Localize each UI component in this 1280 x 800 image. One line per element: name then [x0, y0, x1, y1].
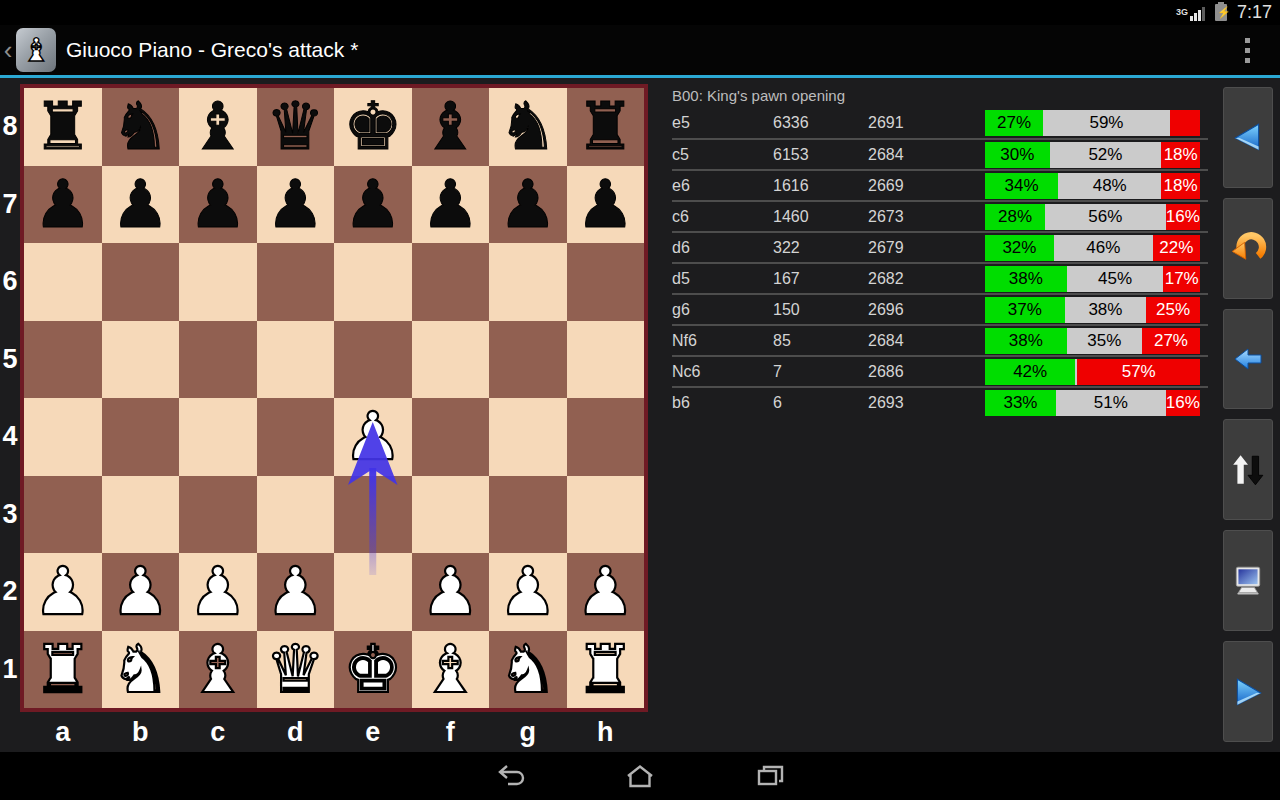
win-segment: 30%	[985, 142, 1050, 168]
square-d1[interactable]: ♛	[257, 631, 335, 709]
square-g1[interactable]: ♞	[489, 631, 567, 709]
draw-segment: 48%	[1058, 173, 1161, 199]
battery-charging-icon: ⚡	[1215, 4, 1227, 21]
square-d4[interactable]	[257, 398, 335, 476]
android-nav-bar	[0, 752, 1280, 800]
square-f1[interactable]: ♝	[412, 631, 490, 709]
avg-rating-cell: 2679	[868, 239, 985, 257]
piece-white-pawn: ♟	[343, 398, 402, 476]
draw-segment: 56%	[1045, 204, 1165, 230]
move-back-button[interactable]	[1223, 309, 1273, 410]
back-icon	[495, 763, 525, 789]
square-a2[interactable]: ♟	[24, 553, 102, 631]
piece-black-knight: ♞	[498, 88, 557, 166]
rank-label-1: 1	[0, 631, 20, 709]
avg-rating-cell: 2669	[868, 177, 985, 195]
stats-row-c6[interactable]: c61460267328%56%16%	[672, 200, 1208, 231]
result-bar: 38%35%27%	[985, 328, 1200, 354]
draw-segment: 38%	[1065, 297, 1147, 323]
square-d8[interactable]: ♛	[257, 88, 335, 166]
piece-white-bishop: ♝	[421, 631, 480, 709]
home-icon	[625, 763, 655, 789]
games-count-cell: 1616	[773, 177, 868, 195]
square-a4[interactable]	[24, 398, 102, 476]
piece-black-pawn: ♟	[33, 166, 92, 244]
stats-row-e6[interactable]: e61616266934%48%18%	[672, 169, 1208, 200]
file-label-e: e	[334, 717, 412, 751]
piece-black-bishop: ♝	[421, 88, 480, 166]
piece-black-pawn: ♟	[576, 166, 635, 244]
games-count-cell: 7	[773, 363, 868, 381]
win-segment: 37%	[985, 297, 1065, 323]
square-f3[interactable]	[412, 476, 490, 554]
draw-segment: 52%	[1050, 142, 1162, 168]
win-segment: 38%	[985, 328, 1067, 354]
result-bar: 30%52%18%	[985, 142, 1200, 168]
rank-label-7: 7	[0, 166, 20, 244]
piece-white-pawn: ♟	[33, 553, 92, 631]
computer-icon	[1229, 564, 1267, 598]
bishop-app-icon: ♝	[22, 28, 51, 72]
move-cell: d5	[672, 270, 773, 288]
piece-black-pawn: ♟	[498, 166, 557, 244]
result-bar: 27%59%	[985, 110, 1200, 136]
play-forward-button[interactable]	[1223, 641, 1273, 742]
square-h7[interactable]: ♟	[567, 166, 645, 244]
square-f2[interactable]: ♟	[412, 553, 490, 631]
square-g6[interactable]	[489, 243, 567, 321]
games-count-cell: 6	[773, 394, 868, 412]
square-e4[interactable]: ♟	[334, 398, 412, 476]
square-a3[interactable]	[24, 476, 102, 554]
content: 87654321 ♜♞♝♛♚♝♞♜♟♟♟♟♟♟♟♟♟♟♟♟♟♟♟♟♜♞♝♛♚♝♞…	[0, 81, 1280, 752]
draw-segment: 59%	[1043, 110, 1170, 136]
draw-segment: 46%	[1054, 235, 1153, 261]
square-e8[interactable]: ♚	[334, 88, 412, 166]
blue-right-triangle-icon	[1230, 675, 1266, 709]
win-segment: 34%	[985, 173, 1058, 199]
app-icon[interactable]: ♝	[16, 28, 56, 72]
games-count-cell: 85	[773, 332, 868, 350]
piece-white-pawn: ♟	[421, 553, 480, 631]
square-d3[interactable]	[257, 476, 335, 554]
file-labels: abcdefgh	[24, 717, 644, 751]
piece-black-pawn: ♟	[421, 166, 480, 244]
square-b6[interactable]	[102, 243, 180, 321]
win-segment: 33%	[985, 390, 1056, 416]
up-down-arrows-icon	[1230, 451, 1266, 489]
piece-black-pawn: ♟	[343, 166, 402, 244]
status-clock: 7:17	[1237, 2, 1272, 23]
square-c7[interactable]: ♟	[179, 166, 257, 244]
loss-segment: 25%	[1146, 297, 1200, 323]
square-g7[interactable]: ♟	[489, 166, 567, 244]
square-h6[interactable]	[567, 243, 645, 321]
avg-rating-cell: 2686	[868, 363, 985, 381]
rank-label-4: 4	[0, 398, 20, 476]
board-frame: ♜♞♝♛♚♝♞♜♟♟♟♟♟♟♟♟♟♟♟♟♟♟♟♟♜♞♝♛♚♝♞♜	[20, 84, 648, 712]
piece-black-pawn: ♟	[111, 166, 170, 244]
square-e1[interactable]: ♚	[334, 631, 412, 709]
square-d2[interactable]: ♟	[257, 553, 335, 631]
square-g5[interactable]	[489, 321, 567, 399]
win-segment: 32%	[985, 235, 1054, 261]
piece-black-pawn: ♟	[188, 166, 247, 244]
piece-white-queen: ♛	[266, 631, 325, 709]
opening-stats-panel: B00: King's pawn opening e56336269127%59…	[660, 81, 1216, 752]
stats-row-d5[interactable]: d5167268238%45%17%	[672, 262, 1208, 293]
square-a5[interactable]	[24, 321, 102, 399]
app-bar: ‹ ♝ Giuoco Piano - Greco's attack *	[0, 25, 1280, 78]
piece-white-knight: ♞	[498, 631, 557, 709]
loss-segment: 17%	[1163, 266, 1200, 292]
square-a1[interactable]: ♜	[24, 631, 102, 709]
flip-board-button[interactable]	[1223, 419, 1273, 520]
square-e7[interactable]: ♟	[334, 166, 412, 244]
result-bar: 42%57%	[985, 359, 1200, 385]
square-b3[interactable]	[102, 476, 180, 554]
square-f7[interactable]: ♟	[412, 166, 490, 244]
chess-board[interactable]: ♜♞♝♛♚♝♞♜♟♟♟♟♟♟♟♟♟♟♟♟♟♟♟♟♜♞♝♛♚♝♞♜	[24, 88, 644, 708]
square-c4[interactable]	[179, 398, 257, 476]
square-c5[interactable]	[179, 321, 257, 399]
rewind-to-start-button[interactable]	[1223, 87, 1273, 188]
square-d5[interactable]	[257, 321, 335, 399]
square-a7[interactable]: ♟	[24, 166, 102, 244]
win-segment: 42%	[985, 359, 1075, 385]
piece-black-bishop: ♝	[188, 88, 247, 166]
square-c3[interactable]	[179, 476, 257, 554]
games-count-cell: 1460	[773, 208, 868, 226]
move-cell: Nc6	[672, 363, 773, 381]
move-cell: Nf6	[672, 332, 773, 350]
network-type-label: 3G	[1176, 7, 1188, 17]
result-bar: 34%48%18%	[985, 173, 1200, 199]
win-segment: 38%	[985, 266, 1067, 292]
piece-black-rook: ♜	[576, 88, 635, 166]
square-f6[interactable]	[412, 243, 490, 321]
avg-rating-cell: 2682	[868, 270, 985, 288]
draw-segment: 51%	[1056, 390, 1166, 416]
piece-white-pawn: ♟	[188, 553, 247, 631]
piece-white-knight: ♞	[111, 631, 170, 709]
move-cell: d6	[672, 239, 773, 257]
blue-left-arrow-icon	[1230, 343, 1266, 375]
engine-analysis-button[interactable]	[1223, 530, 1273, 631]
overflow-menu-icon[interactable]	[1237, 30, 1258, 71]
file-label-h: h	[567, 717, 645, 751]
avg-rating-cell: 2691	[868, 114, 985, 132]
move-cell: c6	[672, 208, 773, 226]
square-h4[interactable]	[567, 398, 645, 476]
square-g2[interactable]: ♟	[489, 553, 567, 631]
loss-segment: 57%	[1077, 359, 1200, 385]
draw-segment: 35%	[1067, 328, 1142, 354]
loss-segment: 16%	[1166, 204, 1200, 230]
orange-curved-arrow-icon	[1229, 230, 1267, 266]
stats-rows: e56336269127%59%c56153268430%52%18%e6161…	[672, 107, 1208, 417]
file-label-a: a	[24, 717, 102, 751]
page-title: Giuoco Piano - Greco's attack *	[66, 38, 358, 62]
move-cell: g6	[672, 301, 773, 319]
square-d6[interactable]	[257, 243, 335, 321]
stats-row-Nf6[interactable]: Nf685268438%35%27%	[672, 324, 1208, 355]
recents-button[interactable]	[753, 761, 787, 791]
square-g8[interactable]: ♞	[489, 88, 567, 166]
move-cell: e5	[672, 114, 773, 132]
avg-rating-cell: 2696	[868, 301, 985, 319]
square-e2[interactable]	[334, 553, 412, 631]
file-label-c: c	[179, 717, 257, 751]
signal-strength-icon: 3G	[1176, 5, 1205, 21]
games-count-cell: 167	[773, 270, 868, 288]
stats-row-Nc6[interactable]: Nc67268642%57%	[672, 355, 1208, 386]
loss-segment: 18%	[1161, 173, 1200, 199]
square-b4[interactable]	[102, 398, 180, 476]
square-h5[interactable]	[567, 321, 645, 399]
square-c1[interactable]: ♝	[179, 631, 257, 709]
right-toolbar	[1216, 81, 1280, 752]
games-count-cell: 6153	[773, 146, 868, 164]
piece-black-rook: ♜	[33, 88, 92, 166]
result-bar: 38%45%17%	[985, 266, 1200, 292]
move-cell: e6	[672, 177, 773, 195]
square-b1[interactable]: ♞	[102, 631, 180, 709]
stats-row-b6[interactable]: b66269333%51%16%	[672, 386, 1208, 417]
rank-label-8: 8	[0, 88, 20, 166]
file-label-d: d	[257, 717, 335, 751]
opening-name: B00: King's pawn opening	[672, 87, 1208, 107]
games-count-cell: 322	[773, 239, 868, 257]
square-h3[interactable]	[567, 476, 645, 554]
piece-white-king: ♚	[343, 631, 402, 709]
result-bar: 37%38%25%	[985, 297, 1200, 323]
square-f8[interactable]: ♝	[412, 88, 490, 166]
avg-rating-cell: 2693	[868, 394, 985, 412]
square-g4[interactable]	[489, 398, 567, 476]
result-bar: 32%46%22%	[985, 235, 1200, 261]
piece-white-pawn: ♟	[111, 553, 170, 631]
win-segment: 27%	[985, 110, 1043, 136]
piece-black-pawn: ♟	[266, 166, 325, 244]
square-a6[interactable]	[24, 243, 102, 321]
piece-white-rook: ♜	[576, 631, 635, 709]
square-b2[interactable]: ♟	[102, 553, 180, 631]
undo-button[interactable]	[1223, 198, 1273, 299]
piece-black-king: ♚	[343, 88, 402, 166]
loss-segment	[1170, 110, 1200, 136]
square-f4[interactable]	[412, 398, 490, 476]
piece-white-pawn: ♟	[498, 553, 557, 631]
square-b5[interactable]	[102, 321, 180, 399]
games-count-cell: 150	[773, 301, 868, 319]
loss-segment: 16%	[1166, 390, 1200, 416]
square-c8[interactable]: ♝	[179, 88, 257, 166]
status-bar: 3G ⚡ 7:17	[0, 0, 1280, 25]
file-label-g: g	[489, 717, 567, 751]
rank-label-5: 5	[0, 321, 20, 399]
file-label-b: b	[102, 717, 180, 751]
square-c6[interactable]	[179, 243, 257, 321]
result-bar: 28%56%16%	[985, 204, 1200, 230]
piece-white-pawn: ♟	[576, 553, 635, 631]
piece-white-bishop: ♝	[188, 631, 247, 709]
rank-label-3: 3	[0, 476, 20, 554]
loss-segment: 18%	[1161, 142, 1200, 168]
avg-rating-cell: 2673	[868, 208, 985, 226]
draw-segment: 45%	[1067, 266, 1164, 292]
avg-rating-cell: 2684	[868, 332, 985, 350]
square-f5[interactable]	[412, 321, 490, 399]
piece-white-rook: ♜	[33, 631, 92, 709]
square-a8[interactable]: ♜	[24, 88, 102, 166]
square-b7[interactable]: ♟	[102, 166, 180, 244]
stats-row-c5[interactable]: c56153268430%52%18%	[672, 138, 1208, 169]
square-h8[interactable]: ♜	[567, 88, 645, 166]
blue-left-triangle-icon	[1230, 120, 1266, 154]
square-b8[interactable]: ♞	[102, 88, 180, 166]
home-button[interactable]	[623, 761, 657, 791]
rank-label-6: 6	[0, 243, 20, 321]
loss-segment: 27%	[1142, 328, 1200, 354]
rank-label-2: 2	[0, 553, 20, 631]
win-segment: 28%	[985, 204, 1045, 230]
up-chevron-icon[interactable]: ‹	[0, 25, 16, 75]
avg-rating-cell: 2684	[868, 146, 985, 164]
stats-row-g6[interactable]: g6150269637%38%25%	[672, 293, 1208, 324]
square-c2[interactable]: ♟	[179, 553, 257, 631]
square-e6[interactable]	[334, 243, 412, 321]
square-e3[interactable]	[334, 476, 412, 554]
file-label-f: f	[412, 717, 490, 751]
square-d7[interactable]: ♟	[257, 166, 335, 244]
back-button[interactable]	[493, 761, 527, 791]
piece-white-pawn: ♟	[266, 553, 325, 631]
board-area: 87654321 ♜♞♝♛♚♝♞♜♟♟♟♟♟♟♟♟♟♟♟♟♟♟♟♟♜♞♝♛♚♝♞…	[0, 81, 660, 752]
move-cell: b6	[672, 394, 773, 412]
result-bar: 33%51%16%	[985, 390, 1200, 416]
square-h2[interactable]: ♟	[567, 553, 645, 631]
move-cell: c5	[672, 146, 773, 164]
screen: 3G ⚡ 7:17 ‹ ♝ Giuoco Piano - Greco's att…	[0, 0, 1280, 800]
square-e5[interactable]	[334, 321, 412, 399]
loss-segment: 22%	[1153, 235, 1200, 261]
stats-row-d6[interactable]: d6322267932%46%22%	[672, 231, 1208, 262]
stats-row-e5[interactable]: e56336269127%59%	[672, 107, 1208, 138]
square-h1[interactable]: ♜	[567, 631, 645, 709]
piece-black-knight: ♞	[111, 88, 170, 166]
recents-icon	[755, 763, 785, 789]
piece-black-queen: ♛	[266, 88, 325, 166]
square-g3[interactable]	[489, 476, 567, 554]
games-count-cell: 6336	[773, 114, 868, 132]
